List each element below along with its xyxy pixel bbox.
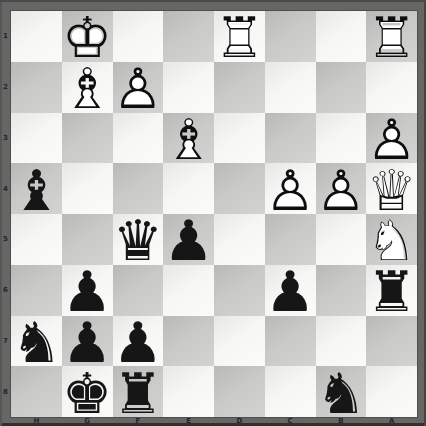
white-bishop-icon: ♝	[164, 112, 214, 168]
square-f3[interactable]	[113, 113, 164, 164]
piece-white-pawn[interactable]: ♟♙	[113, 62, 164, 113]
square-f5[interactable]: ♛	[113, 214, 164, 265]
square-c5[interactable]	[265, 214, 316, 265]
piece-black-pawn[interactable]: ♟	[62, 316, 113, 367]
square-f1[interactable]	[113, 11, 164, 62]
square-g6[interactable]: ♟	[62, 265, 113, 316]
black-pawn-icon: ♟	[265, 264, 315, 320]
square-b8[interactable]: ♞	[316, 366, 367, 417]
white-rook-outline-icon: ♖	[214, 10, 264, 66]
square-d2[interactable]	[214, 62, 265, 113]
square-e1[interactable]	[163, 11, 214, 62]
white-queen-outline-icon: ♕	[367, 163, 417, 219]
square-e4[interactable]	[163, 163, 214, 214]
piece-white-bishop[interactable]: ♝♗	[62, 62, 113, 113]
square-h1[interactable]	[11, 11, 62, 62]
square-d4[interactable]	[214, 163, 265, 214]
piece-white-rook[interactable]: ♜♖	[214, 11, 265, 62]
square-g2[interactable]: ♝♗	[62, 62, 113, 113]
square-f7[interactable]: ♟	[113, 316, 164, 367]
square-a1[interactable]: ♜♖	[366, 11, 417, 62]
square-e5[interactable]: ♟	[163, 214, 214, 265]
black-queen-icon: ♛	[113, 213, 163, 269]
piece-white-bishop[interactable]: ♝♗	[163, 113, 214, 164]
white-rook-icon: ♜	[214, 10, 264, 66]
square-a7[interactable]	[366, 316, 417, 367]
white-pawn-icon: ♟	[367, 112, 417, 168]
square-c4[interactable]: ♟♙	[265, 163, 316, 214]
file-label-h: H	[11, 417, 62, 426]
white-rook-outline-icon: ♖	[367, 10, 417, 66]
black-pawn-icon: ♟	[62, 315, 112, 371]
square-f8[interactable]: ♜	[113, 366, 164, 417]
square-e3[interactable]: ♝♗	[163, 113, 214, 164]
black-knight-icon: ♞	[316, 366, 366, 422]
file-label-e: E	[163, 417, 214, 426]
piece-white-knight[interactable]: ♞♘	[366, 214, 417, 265]
square-b1[interactable]	[316, 11, 367, 62]
white-king-icon: ♚	[62, 10, 112, 66]
file-label-f: F	[113, 417, 164, 426]
square-b2[interactable]	[316, 62, 367, 113]
chess-board-frame: ♚♔♜♖♜♖♝♗♟♙♝♗♟♙♝♟♙♟♙♛♕♛♟♞♘♟♟♜♞♟♟♚♜♞ 12345…	[0, 0, 426, 426]
square-f4[interactable]	[113, 163, 164, 214]
black-bishop-icon: ♝	[11, 163, 61, 219]
square-b5[interactable]	[316, 214, 367, 265]
white-knight-outline-icon: ♘	[367, 213, 417, 269]
piece-black-king[interactable]: ♚	[62, 366, 113, 417]
black-rook-icon: ♜	[113, 366, 163, 422]
piece-black-pawn[interactable]: ♟	[113, 316, 164, 367]
square-d7[interactable]	[214, 316, 265, 367]
black-knight-icon: ♞	[11, 315, 61, 371]
piece-black-rook[interactable]: ♜	[113, 366, 164, 417]
white-king-outline-icon: ♔	[62, 10, 112, 66]
square-h8[interactable]	[11, 366, 62, 417]
white-rook-icon: ♜	[367, 10, 417, 66]
square-e7[interactable]	[163, 316, 214, 367]
black-rook-icon: ♜	[367, 264, 417, 320]
white-pawn-outline-icon: ♙	[113, 61, 163, 117]
square-g5[interactable]	[62, 214, 113, 265]
square-f2[interactable]: ♟♙	[113, 62, 164, 113]
square-h2[interactable]	[11, 62, 62, 113]
rank-label-5: 5	[0, 214, 11, 265]
piece-white-king[interactable]: ♚♔	[62, 11, 113, 62]
square-h6[interactable]	[11, 265, 62, 316]
square-g7[interactable]: ♟	[62, 316, 113, 367]
piece-black-knight[interactable]: ♞	[316, 366, 367, 417]
white-pawn-outline-icon: ♙	[265, 163, 315, 219]
piece-black-rook[interactable]: ♜	[366, 265, 417, 316]
rank-label-8: 8	[0, 366, 11, 417]
square-c6[interactable]: ♟	[265, 265, 316, 316]
square-a6[interactable]: ♜	[366, 265, 417, 316]
white-bishop-icon: ♝	[62, 61, 112, 117]
square-d1[interactable]: ♜♖	[214, 11, 265, 62]
square-a4[interactable]: ♛♕	[366, 163, 417, 214]
file-label-g: G	[62, 417, 113, 426]
square-d3[interactable]	[214, 113, 265, 164]
square-g4[interactable]	[62, 163, 113, 214]
piece-white-queen[interactable]: ♛♕	[366, 163, 417, 214]
square-e6[interactable]	[163, 265, 214, 316]
square-h4[interactable]: ♝	[11, 163, 62, 214]
white-bishop-outline-icon: ♗	[62, 61, 112, 117]
square-f6[interactable]	[113, 265, 164, 316]
rank-labels: 12345678	[0, 11, 11, 417]
piece-white-pawn[interactable]: ♟♙	[265, 163, 316, 214]
piece-black-knight[interactable]: ♞	[11, 316, 62, 367]
piece-white-rook[interactable]: ♜♖	[366, 11, 417, 62]
white-pawn-outline-icon: ♙	[316, 163, 366, 219]
square-b6[interactable]	[316, 265, 367, 316]
chess-board: ♚♔♜♖♜♖♝♗♟♙♝♗♟♙♝♟♙♟♙♛♕♛♟♞♘♟♟♜♞♟♟♚♜♞	[11, 11, 417, 417]
black-pawn-icon: ♟	[62, 264, 112, 320]
rank-label-3: 3	[0, 113, 11, 164]
file-label-a: A	[366, 417, 417, 426]
piece-black-pawn[interactable]: ♟	[62, 265, 113, 316]
white-pawn-icon: ♟	[113, 61, 163, 117]
square-c2[interactable]	[265, 62, 316, 113]
piece-black-queen[interactable]: ♛	[113, 214, 164, 265]
square-d5[interactable]	[214, 214, 265, 265]
square-c3[interactable]	[265, 113, 316, 164]
square-a3[interactable]: ♟♙	[366, 113, 417, 164]
rank-label-4: 4	[0, 163, 11, 214]
square-b7[interactable]	[316, 316, 367, 367]
white-pawn-icon: ♟	[316, 163, 366, 219]
piece-white-pawn[interactable]: ♟♙	[366, 113, 417, 164]
square-h7[interactable]: ♞	[11, 316, 62, 367]
file-labels: HGFEDCBA	[11, 417, 417, 426]
piece-white-pawn[interactable]: ♟♙	[316, 163, 367, 214]
black-king-icon: ♚	[62, 366, 112, 422]
square-c7[interactable]	[265, 316, 316, 367]
black-pawn-icon: ♟	[113, 315, 163, 371]
square-e2[interactable]	[163, 62, 214, 113]
white-pawn-outline-icon: ♙	[367, 112, 417, 168]
square-d6[interactable]	[214, 265, 265, 316]
rank-label-6: 6	[0, 265, 11, 316]
piece-black-bishop[interactable]: ♝	[11, 163, 62, 214]
square-c8[interactable]	[265, 366, 316, 417]
piece-black-pawn[interactable]: ♟	[265, 265, 316, 316]
square-b3[interactable]	[316, 113, 367, 164]
rank-label-2: 2	[0, 62, 11, 113]
square-h5[interactable]	[11, 214, 62, 265]
square-g8[interactable]: ♚	[62, 366, 113, 417]
white-bishop-outline-icon: ♗	[164, 112, 214, 168]
file-label-c: C	[265, 417, 316, 426]
square-a5[interactable]: ♞♘	[366, 214, 417, 265]
square-c1[interactable]	[265, 11, 316, 62]
piece-black-pawn[interactable]: ♟	[163, 214, 214, 265]
square-g3[interactable]	[62, 113, 113, 164]
black-pawn-icon: ♟	[164, 213, 214, 269]
square-g1[interactable]: ♚♔	[62, 11, 113, 62]
square-a8[interactable]	[366, 366, 417, 417]
square-e8[interactable]	[163, 366, 214, 417]
white-knight-icon: ♞	[367, 213, 417, 269]
square-h3[interactable]	[11, 113, 62, 164]
white-pawn-icon: ♟	[265, 163, 315, 219]
square-a2[interactable]	[366, 62, 417, 113]
square-d8[interactable]	[214, 366, 265, 417]
white-queen-icon: ♛	[367, 163, 417, 219]
rank-label-7: 7	[0, 316, 11, 367]
file-label-d: D	[214, 417, 265, 426]
rank-label-1: 1	[0, 11, 11, 62]
file-label-b: B	[316, 417, 367, 426]
square-b4[interactable]: ♟♙	[316, 163, 367, 214]
